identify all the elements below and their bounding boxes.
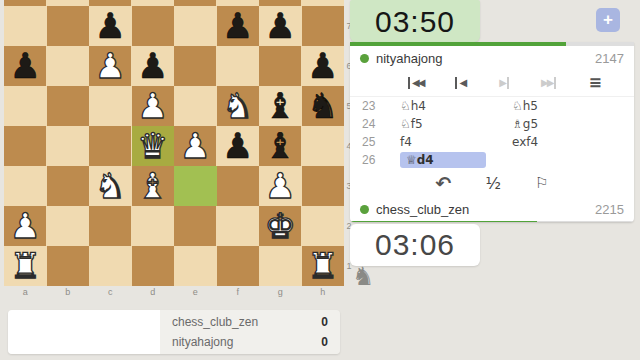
menu-button[interactable]: ≡ (587, 77, 604, 89)
go-last-move-button[interactable]: ▶▶ (539, 77, 556, 89)
board-area: ♜ ♜ ♟ ♚ ♞ ♝ ♟ ♛ ♟ ♟ ♞ ♟ ♟ ♝ ♝ ♞ ♟ ♟ ♟ ♟ … (4, 0, 344, 286)
piece-white-knight-f5[interactable]: ♞ (217, 86, 260, 126)
go-previous-move-button[interactable]: ◀ (455, 77, 467, 89)
offer-draw-button[interactable]: ½ (485, 174, 501, 193)
file-label-f: f (217, 287, 260, 297)
takeback-button[interactable]: ↶ (436, 172, 452, 194)
file-label-h: h (302, 287, 345, 297)
knight-turn-indicator-icon: ♞ (352, 262, 374, 292)
score-panel: chess_club_zen 0 nityahajong 0 (8, 310, 340, 354)
bottom-player-time-bar-fill (350, 221, 537, 222)
piece-white-pawn-c6[interactable]: ♟ (89, 46, 132, 86)
piece-white-pawn-g3[interactable]: ♟ (259, 166, 302, 206)
score-value: 0 (321, 315, 328, 329)
bottom-player-rating: 2215 (595, 202, 624, 217)
move-number: 25 (350, 135, 400, 149)
piece-white-king-g2[interactable]: ♚ (259, 206, 302, 246)
piece-black-pawn-a6[interactable]: ♟ (4, 46, 47, 86)
black-move[interactable]: exf4 (512, 135, 634, 149)
top-player-clock: 03:50 (350, 0, 480, 42)
go-first-move-button[interactable]: ◀◀ (408, 77, 425, 89)
go-next-move-button[interactable]: ▶ (497, 77, 509, 89)
piece-white-rook-a1[interactable]: ♜ (4, 246, 47, 286)
score-panel-empty-area (8, 310, 160, 354)
score-row-nityahajong: nityahajong 0 (160, 332, 340, 352)
game-action-buttons: ↶ ½ ⚐ (350, 169, 634, 197)
score-player-name: nityahajong (172, 335, 233, 349)
piece-white-rook-h1[interactable]: ♜ (302, 246, 345, 286)
top-player-name: nityahajong (376, 51, 595, 66)
bottom-player-name: chess_club_zen (376, 202, 595, 217)
piece-black-bishop-g4[interactable]: ♝ (259, 126, 302, 166)
file-label-a: a (4, 287, 47, 297)
top-player-row[interactable]: nityahajong 2147 (350, 46, 634, 70)
white-move[interactable]: ♘h4 (400, 99, 512, 113)
piece-black-pawn-f7[interactable]: ♟ (217, 6, 260, 46)
resign-flag-button[interactable]: ⚐ (535, 174, 548, 192)
piece-black-pawn-d6[interactable]: ♟ (132, 46, 175, 86)
piece-black-pawn-h6[interactable]: ♟ (302, 46, 345, 86)
file-labels: a b c d e f g h (4, 287, 344, 297)
piece-white-bishop-d3[interactable]: ♝ (132, 166, 175, 206)
file-label-b: b (47, 287, 90, 297)
file-label-c: c (89, 287, 132, 297)
black-move[interactable]: ♗g5 (512, 117, 634, 131)
piece-white-pawn-a2[interactable]: ♟ (4, 206, 47, 246)
white-move-current[interactable]: ♕d4 (400, 152, 512, 168)
current-move-highlight[interactable]: ♕d4 (400, 152, 486, 168)
top-player-online-dot (360, 54, 369, 63)
piece-black-pawn-c7[interactable]: ♟ (89, 6, 132, 46)
game-screen: ♜ ♜ ♟ ♚ ♞ ♝ ♟ ♛ ♟ ♟ ♞ ♟ ♟ ♝ ♝ ♞ ♟ ♟ ♟ ♟ … (0, 0, 640, 360)
add-time-button[interactable]: + (596, 8, 620, 32)
move-list: 23 ♘h4 ♘h5 24 ♘f5 ♗g5 25 f4 exf4 26 ♕d4 (350, 96, 634, 169)
score-value: 0 (321, 335, 328, 349)
top-player-time-bar-fill (350, 42, 566, 46)
white-move[interactable]: ♘f5 (400, 117, 512, 131)
piece-white-pawn-e4[interactable]: ♟ (174, 126, 217, 166)
file-label-e: e (174, 287, 217, 297)
piece-black-bishop-g5[interactable]: ♝ (259, 86, 302, 126)
bottom-player-clock: 03:06 (350, 224, 480, 266)
move-row-25: 25 f4 exf4 (350, 133, 634, 151)
chess-board[interactable]: ♜ ♜ ♟ ♚ ♞ ♝ ♟ ♛ ♟ ♟ ♞ ♟ ♟ ♝ ♝ ♞ ♟ ♟ ♟ ♟ … (4, 0, 344, 286)
move-row-26: 26 ♕d4 (350, 151, 634, 169)
top-player-time-bar (350, 42, 634, 46)
top-player-rating: 2147 (595, 51, 624, 66)
bottom-player-row[interactable]: chess_club_zen 2215 (350, 197, 634, 221)
move-number: 23 (350, 99, 400, 113)
piece-black-knight-h5[interactable]: ♞ (302, 86, 345, 126)
move-row-23: 23 ♘h4 ♘h5 (350, 97, 634, 115)
bottom-player-online-dot (360, 205, 369, 214)
score-table: chess_club_zen 0 nityahajong 0 (160, 310, 340, 354)
piece-black-pawn-g7[interactable]: ♟ (259, 6, 302, 46)
game-panel: nityahajong 2147 ◀◀ ◀ ▶ ▶▶ ≡ 23 ♘h4 ♘h5 … (350, 42, 634, 222)
score-row-chess-club-zen: chess_club_zen 0 (160, 312, 340, 332)
piece-white-queen-d4[interactable]: ♛ (132, 126, 175, 166)
score-player-name: chess_club_zen (172, 315, 258, 329)
file-label-g: g (259, 287, 302, 297)
move-navigation: ◀◀ ◀ ▶ ▶▶ ≡ (350, 70, 634, 96)
bottom-player-time-bar (350, 221, 634, 222)
move-row-24: 24 ♘f5 ♗g5 (350, 115, 634, 133)
last-move-from-square (174, 166, 217, 206)
move-number: 24 (350, 117, 400, 131)
move-number: 26 (350, 153, 400, 167)
piece-white-pawn-d5[interactable]: ♟ (132, 86, 175, 126)
piece-white-knight-c3[interactable]: ♞ (89, 166, 132, 206)
file-label-d: d (132, 287, 175, 297)
black-move[interactable]: ♘h5 (512, 99, 634, 113)
white-move[interactable]: f4 (400, 135, 512, 149)
piece-black-pawn-f4[interactable]: ♟ (217, 126, 260, 166)
